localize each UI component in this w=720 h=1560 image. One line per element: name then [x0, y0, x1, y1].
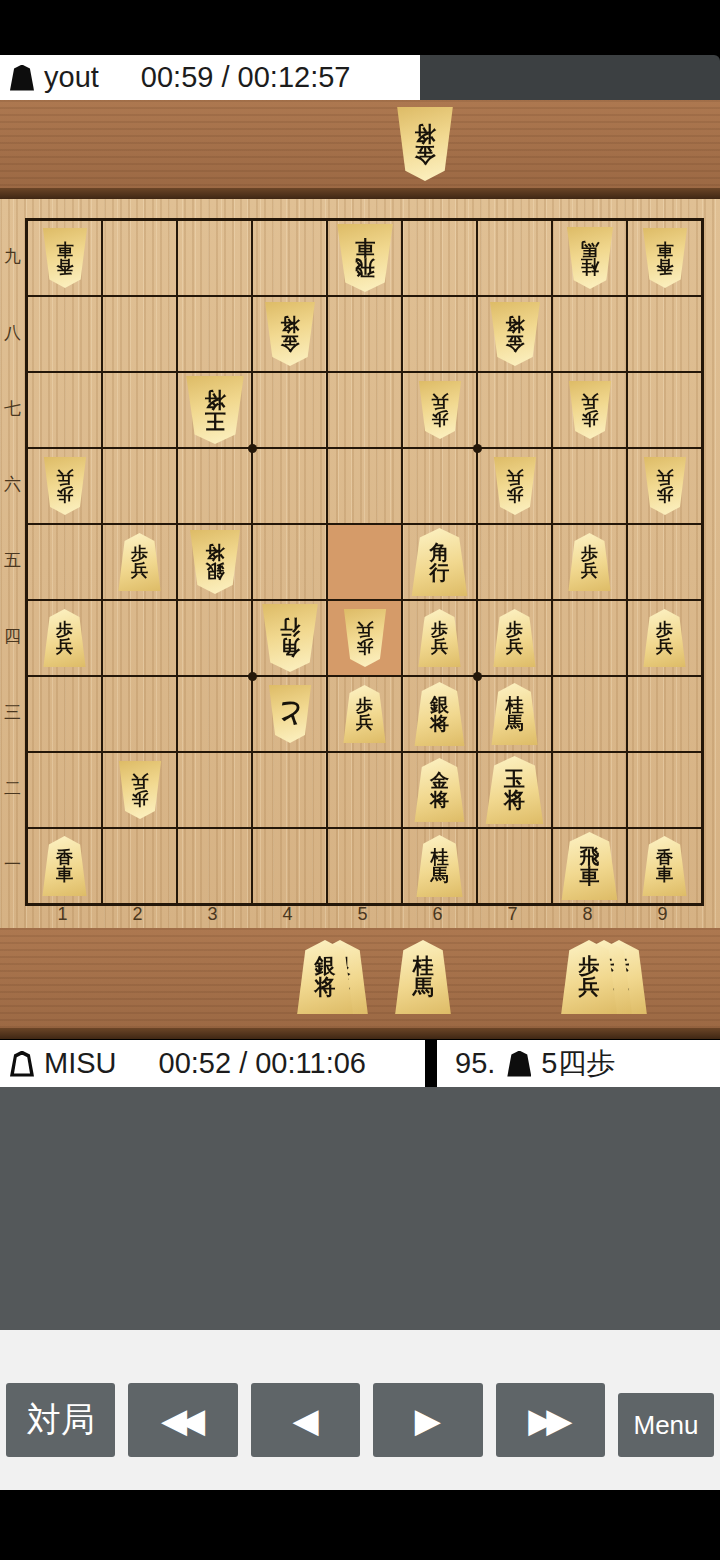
menu-label: Menu — [634, 1410, 699, 1441]
piece-char: 馬 — [431, 866, 449, 884]
col-label-5: 5 — [325, 904, 400, 928]
board-cell-8四[interactable] — [552, 600, 627, 676]
piece-char: 兵 — [506, 469, 523, 486]
toolbar-strip: 対局◀◀◀▶▶▶Menu — [0, 1330, 720, 1490]
board-cell-4四[interactable]: 角行 — [252, 600, 327, 676]
row-label-一: 一 — [0, 826, 25, 902]
board-cell-6二[interactable]: 金将 — [402, 752, 477, 828]
piece-歩兵-black[interactable]: 歩兵 — [643, 457, 687, 515]
piece-char: 将 — [415, 123, 436, 144]
board-cell-3三[interactable] — [177, 676, 252, 752]
board-cell-1六[interactable]: 歩兵 — [27, 448, 102, 524]
piece-char: 兵 — [131, 773, 148, 790]
piece-char: 兵 — [506, 638, 523, 655]
white-piece-icon — [10, 1051, 34, 1077]
board-cell-9三[interactable] — [627, 676, 702, 752]
row-label-七: 七 — [0, 370, 25, 446]
piece-金将-black[interactable]: 金将 — [489, 302, 541, 366]
piece-char: 兵 — [656, 469, 673, 486]
col-labels: 123456789 — [25, 904, 700, 928]
board-cell-3五[interactable]: 銀将 — [177, 524, 252, 600]
board-cell-4九[interactable] — [252, 220, 327, 296]
piece-char: 飛 — [355, 258, 375, 278]
board-cell-7七[interactable] — [477, 372, 552, 448]
board-cell-2二[interactable]: 歩兵 — [102, 752, 177, 828]
step-back-icon: ◀ — [292, 1400, 318, 1440]
piece-飛車-white[interactable]: 飛車 — [561, 832, 619, 900]
piece-金将-black[interactable]: 金将 — [396, 107, 454, 181]
board-cell-1五[interactable] — [27, 524, 102, 600]
board-cell-9六[interactable]: 歩兵 — [627, 448, 702, 524]
board-cell-1八[interactable] — [27, 296, 102, 372]
board-cell-1三[interactable] — [27, 676, 102, 752]
fast-forward-button[interactable]: ▶▶ — [496, 1383, 605, 1457]
piece-歩兵-white[interactable]: 歩兵 — [643, 609, 687, 667]
board-cell-7三[interactable]: 桂馬 — [477, 676, 552, 752]
rewind-to-start-icon: ◀◀ — [161, 1400, 205, 1440]
piece-char: 将 — [430, 790, 449, 809]
board-cell-2五[interactable]: 歩兵 — [102, 524, 177, 600]
piece-char: 桂 — [413, 956, 434, 977]
move-side-icon — [507, 1051, 531, 1077]
col-label-9: 9 — [625, 904, 700, 928]
board-cell-2九[interactable] — [102, 220, 177, 296]
piece-char: 歩 — [579, 956, 600, 977]
piece-char: 車 — [355, 238, 375, 258]
board-cell-7九[interactable] — [477, 220, 552, 296]
piece-char: 角 — [430, 542, 450, 562]
piece-歩兵-black[interactable]: 歩兵 — [118, 761, 162, 819]
app-screen: yout 00:59 / 00:12:57 金将 香車飛車桂馬香車金将金将王将歩… — [0, 0, 720, 1560]
board-cell-4二[interactable] — [252, 752, 327, 828]
board-cell-5七[interactable] — [327, 372, 402, 448]
col-label-6: 6 — [400, 904, 475, 928]
piece-香車-white[interactable]: 香車 — [642, 836, 688, 896]
piece-char: 飛 — [580, 846, 600, 866]
piece-char: 将 — [315, 977, 336, 998]
board-cell-5二[interactable] — [327, 752, 402, 828]
status-bar — [0, 0, 720, 55]
board-cell-8九[interactable]: 桂馬 — [552, 220, 627, 296]
board-grid: 香車飛車桂馬香車金将金将王将歩兵歩兵歩兵歩兵歩兵歩兵銀将角行歩兵歩兵角行歩兵歩兵… — [25, 218, 704, 906]
board-cell-9五[interactable] — [627, 524, 702, 600]
step-forward-button[interactable]: ▶ — [373, 1383, 482, 1457]
step-back-button[interactable]: ◀ — [251, 1383, 360, 1457]
board-cell-3八[interactable] — [177, 296, 252, 372]
piece-char: 兵 — [656, 638, 673, 655]
board-cell-9八[interactable] — [627, 296, 702, 372]
row-label-八: 八 — [0, 294, 25, 370]
play-game-label: 対局 — [27, 1397, 95, 1443]
board-cell-4六[interactable] — [252, 448, 327, 524]
board-cell-1九[interactable]: 香車 — [27, 220, 102, 296]
move-indicator: 95. 5四歩 — [437, 1040, 720, 1087]
row-label-六: 六 — [0, 446, 25, 522]
board-cell-4八[interactable]: 金将 — [252, 296, 327, 372]
board-cell-7八[interactable]: 金将 — [477, 296, 552, 372]
piece-歩兵-black[interactable]: 歩兵 — [43, 457, 87, 515]
piece-と-black[interactable]: と — [268, 685, 312, 743]
piece-香車-black[interactable]: 香車 — [42, 228, 88, 288]
board-cell-5三[interactable]: 歩兵 — [327, 676, 402, 752]
board-cell-2八[interactable] — [102, 296, 177, 372]
piece-char: 行 — [430, 562, 450, 582]
piece-char: 兵 — [431, 638, 448, 655]
play-game-button[interactable]: 対局 — [6, 1383, 115, 1457]
col-label-7: 7 — [475, 904, 550, 928]
menu-button[interactable]: Menu — [618, 1393, 714, 1457]
col-label-1: 1 — [25, 904, 100, 928]
piece-char: 兵 — [356, 621, 373, 638]
board-cell-5九[interactable]: 飛車 — [327, 220, 402, 296]
board-cell-9九[interactable]: 香車 — [627, 220, 702, 296]
toolbar: 対局◀◀◀▶▶▶Menu — [6, 1383, 714, 1457]
board-cell-2七[interactable] — [102, 372, 177, 448]
board-cell-9四[interactable]: 歩兵 — [627, 600, 702, 676]
piece-歩兵-white[interactable]: 歩兵 — [418, 609, 462, 667]
rewind-to-start-button[interactable]: ◀◀ — [128, 1383, 237, 1457]
board-cell-6三[interactable]: 銀将 — [402, 676, 477, 752]
piece-char: 車 — [656, 241, 673, 258]
piece-char: 金 — [280, 334, 299, 353]
board-cell-8二[interactable] — [552, 752, 627, 828]
piece-char: 金 — [415, 144, 436, 165]
black-piece-icon — [10, 65, 34, 91]
piece-char: 行 — [280, 618, 300, 638]
piece-char: 将 — [205, 543, 224, 562]
piece-歩兵-white[interactable]: 歩兵 — [568, 533, 612, 591]
piece-char: 馬 — [413, 977, 434, 998]
black-hand-tray: 金将 — [0, 100, 720, 188]
piece-char: 将 — [505, 315, 524, 334]
piece-char: 車 — [56, 866, 73, 883]
shogi-board: 香車飛車桂馬香車金将金将王将歩兵歩兵歩兵歩兵歩兵歩兵銀将角行歩兵歩兵角行歩兵歩兵… — [0, 199, 720, 928]
board-cell-4五[interactable] — [252, 524, 327, 600]
board-cell-4三[interactable]: と — [252, 676, 327, 752]
board-cell-4一[interactable] — [252, 828, 327, 904]
piece-char: 兵 — [56, 638, 73, 655]
board-cell-5六[interactable] — [327, 448, 402, 524]
piece-char: 将 — [430, 714, 449, 733]
tray-rail-top — [0, 188, 720, 199]
piece-玉将-white[interactable]: 玉将 — [485, 756, 545, 824]
board-cell-8一[interactable]: 飛車 — [552, 828, 627, 904]
board-cell-6七[interactable]: 歩兵 — [402, 372, 477, 448]
piece-char: 銀 — [315, 956, 336, 977]
board-cell-6四[interactable]: 歩兵 — [402, 600, 477, 676]
piece-桂馬-black[interactable]: 桂馬 — [566, 227, 614, 289]
piece-char: 銀 — [205, 562, 224, 581]
piece-char: 兵 — [56, 469, 73, 486]
piece-王将-black[interactable]: 王将 — [185, 376, 245, 444]
board-cell-1二[interactable] — [27, 752, 102, 828]
board-cell-7五[interactable] — [477, 524, 552, 600]
board-cell-3一[interactable] — [177, 828, 252, 904]
board-cell-1七[interactable] — [27, 372, 102, 448]
piece-香車-black[interactable]: 香車 — [642, 228, 688, 288]
piece-char: と — [276, 700, 304, 728]
row-label-三: 三 — [0, 674, 25, 750]
info-panel — [0, 1087, 720, 1330]
piece-桂馬-white[interactable]: 桂馬 — [394, 940, 452, 1014]
piece-銀将-black[interactable]: 銀将 — [189, 530, 241, 594]
col-label-8: 8 — [550, 904, 625, 928]
piece-歩兵-black[interactable]: 歩兵 — [493, 457, 537, 515]
piece-char: 兵 — [356, 714, 373, 731]
piece-char: 将 — [204, 389, 225, 410]
row-label-五: 五 — [0, 522, 25, 598]
piece-歩兵-black[interactable]: 歩兵 — [343, 609, 387, 667]
hoshi-dot — [248, 444, 257, 453]
top-player-bar: yout 00:59 / 00:12:57 — [0, 55, 420, 100]
fast-forward-icon: ▶▶ — [528, 1400, 572, 1440]
col-label-2: 2 — [100, 904, 175, 928]
board-cell-8八[interactable] — [552, 296, 627, 372]
board-cell-6八[interactable] — [402, 296, 477, 372]
board-cell-5五[interactable] — [327, 524, 402, 600]
piece-香車-white[interactable]: 香車 — [42, 836, 88, 896]
board-cell-7六[interactable]: 歩兵 — [477, 448, 552, 524]
step-forward-icon: ▶ — [415, 1400, 441, 1440]
board-cell-8六[interactable] — [552, 448, 627, 524]
piece-char: 角 — [280, 638, 300, 658]
piece-歩兵-black[interactable]: 歩兵 — [418, 381, 462, 439]
piece-char: 兵 — [579, 977, 600, 998]
piece-歩兵-white[interactable]: 歩兵 — [118, 533, 162, 591]
piece-飛車-black[interactable]: 飛車 — [336, 224, 394, 292]
tray-rail-bottom — [0, 1028, 720, 1039]
row-label-九: 九 — [0, 218, 25, 294]
bottom-player-clock: 00:52 / 00:11:06 — [159, 1047, 366, 1080]
piece-char: 車 — [56, 241, 73, 258]
piece-char: 将 — [504, 790, 525, 811]
piece-char: 金 — [505, 334, 524, 353]
board-cell-7一[interactable] — [477, 828, 552, 904]
piece-金将-white[interactable]: 金将 — [414, 758, 466, 822]
piece-char: 兵 — [581, 393, 598, 410]
bottom-player-name: MISU — [44, 1047, 117, 1080]
board-cell-5一[interactable] — [327, 828, 402, 904]
board-cell-3九[interactable] — [177, 220, 252, 296]
board-cell-2六[interactable] — [102, 448, 177, 524]
board-cell-2四[interactable] — [102, 600, 177, 676]
top-bar-right-panel — [420, 55, 720, 100]
piece-char: 歩 — [581, 410, 598, 427]
board-cell-6九[interactable] — [402, 220, 477, 296]
piece-char: 車 — [580, 866, 600, 886]
row-label-四: 四 — [0, 598, 25, 674]
piece-char: 兵 — [131, 562, 148, 579]
board-cell-2一[interactable] — [102, 828, 177, 904]
board-cell-5八[interactable] — [327, 296, 402, 372]
piece-char: 王 — [204, 410, 225, 431]
top-player-name: yout — [44, 61, 99, 94]
board-cell-6一[interactable]: 桂馬 — [402, 828, 477, 904]
board-cell-3七[interactable]: 王将 — [177, 372, 252, 448]
board-cell-3四[interactable] — [177, 600, 252, 676]
board-cell-6五[interactable]: 角行 — [402, 524, 477, 600]
board-cell-7二[interactable]: 玉将 — [477, 752, 552, 828]
piece-銀将-white[interactable]: 銀将 — [414, 682, 466, 746]
board-cell-1一[interactable]: 香車 — [27, 828, 102, 904]
piece-char: 歩 — [56, 486, 73, 503]
piece-char: 馬 — [506, 714, 524, 732]
piece-char: 玉 — [504, 769, 525, 790]
piece-char: 兵 — [431, 393, 448, 410]
piece-角行-black[interactable]: 角行 — [261, 604, 319, 672]
board-cell-9二[interactable] — [627, 752, 702, 828]
piece-歩兵-black[interactable]: 歩兵 — [568, 381, 612, 439]
piece-char: 馬 — [581, 240, 599, 258]
piece-桂馬-white[interactable]: 桂馬 — [491, 683, 539, 745]
board-cell-8七[interactable]: 歩兵 — [552, 372, 627, 448]
piece-char: 兵 — [581, 562, 598, 579]
board-cell-4七[interactable] — [252, 372, 327, 448]
hoshi-dot — [473, 444, 482, 453]
col-label-4: 4 — [250, 904, 325, 928]
hoshi-dot — [473, 672, 482, 681]
board-cell-1四[interactable]: 歩兵 — [27, 600, 102, 676]
piece-角行-white[interactable]: 角行 — [411, 528, 469, 596]
piece-char: 歩 — [131, 790, 148, 807]
bottom-player-bar: MISU 00:52 / 00:11:06 — [0, 1040, 425, 1087]
hoshi-dot — [248, 672, 257, 681]
white-hand-tray: 銀将銀将桂馬歩兵歩兵歩兵 — [0, 928, 720, 1028]
move-number: 95. — [455, 1047, 495, 1080]
piece-歩兵-white[interactable]: 歩兵 — [43, 609, 87, 667]
piece-char: 歩 — [656, 486, 673, 503]
board-cell-6六[interactable] — [402, 448, 477, 524]
piece-桂馬-white[interactable]: 桂馬 — [416, 835, 464, 897]
piece-歩兵-white[interactable]: 歩兵 — [493, 609, 537, 667]
piece-歩兵-white[interactable]: 歩兵 — [343, 685, 387, 743]
board-cell-5四[interactable]: 歩兵 — [327, 600, 402, 676]
board-cell-3二[interactable] — [177, 752, 252, 828]
row-labels: 九八七六五四三二一 — [0, 218, 25, 902]
col-label-3: 3 — [175, 904, 250, 928]
piece-金将-black[interactable]: 金将 — [264, 302, 316, 366]
piece-char: 歩 — [506, 486, 523, 503]
board-cell-9七[interactable] — [627, 372, 702, 448]
piece-char: 将 — [280, 315, 299, 334]
board-cell-3六[interactable] — [177, 448, 252, 524]
piece-char: 歩 — [431, 410, 448, 427]
move-text: 5四歩 — [541, 1044, 615, 1084]
piece-char: 香 — [56, 258, 73, 275]
board-cell-2三[interactable] — [102, 676, 177, 752]
piece-char: 車 — [656, 866, 673, 883]
piece-char: 桂 — [581, 258, 599, 276]
row-label-二: 二 — [0, 750, 25, 826]
top-player-clock: 00:59 / 00:12:57 — [141, 61, 351, 94]
board-cell-8五[interactable]: 歩兵 — [552, 524, 627, 600]
system-nav-bar — [0, 1490, 720, 1560]
board-cell-8三[interactable] — [552, 676, 627, 752]
piece-char: 香 — [656, 258, 673, 275]
board-cell-7四[interactable]: 歩兵 — [477, 600, 552, 676]
board-cell-9一[interactable]: 香車 — [627, 828, 702, 904]
piece-char: 歩 — [356, 638, 373, 655]
